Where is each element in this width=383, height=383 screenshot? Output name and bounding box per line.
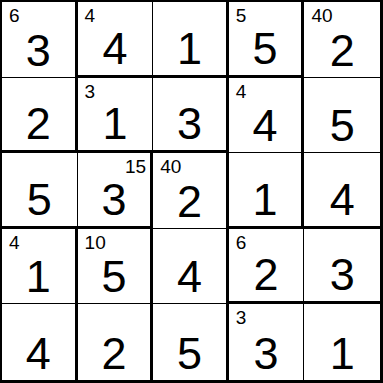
cage-clue: 6 (9, 6, 20, 25)
cage-clue: 3 (85, 82, 96, 101)
grid-cell[interactable]: 55 (229, 2, 305, 78)
cell-digit: 5 (253, 26, 278, 75)
cell-digit: 4 (26, 331, 51, 380)
grid-cell[interactable]: 4 (304, 153, 380, 229)
cell-digit: 5 (27, 177, 52, 226)
grid-cell[interactable]: 4 (153, 229, 229, 305)
cell-digit: 3 (26, 28, 51, 77)
cell-digit: 2 (101, 331, 126, 380)
cell-digit: 5 (101, 254, 126, 303)
cell-digit: 4 (330, 177, 355, 226)
grid-cell[interactable]: 41 (2, 229, 78, 305)
grid-cell[interactable]: 44 (78, 2, 154, 78)
grid-cell[interactable]: 105 (78, 229, 154, 305)
cell-digit: 1 (177, 26, 202, 75)
cage-clue: 40 (160, 157, 181, 176)
cage-clue: 5 (236, 6, 247, 25)
cage-clue: 10 (85, 233, 106, 252)
grid-cell[interactable]: 31 (78, 78, 154, 154)
grid-cell[interactable]: 402 (304, 2, 380, 78)
grid-cell[interactable]: 3 (304, 229, 380, 305)
cell-digit: 2 (26, 101, 51, 150)
grid-cell[interactable]: 2 (78, 304, 154, 380)
cell-digit: 3 (101, 177, 126, 226)
cell-digit: 1 (330, 331, 355, 380)
cage-clue: 3 (236, 308, 247, 327)
cell-digit: 4 (253, 103, 278, 152)
cell-digit: 2 (254, 252, 279, 301)
cell-digit: 2 (177, 179, 202, 228)
cage-clue: 4 (9, 233, 20, 252)
cell-digit: 1 (102, 101, 127, 150)
cell-digit: 5 (330, 103, 355, 152)
grid-cell[interactable]: 2 (2, 78, 78, 154)
grid-cell[interactable]: 1 (153, 2, 229, 78)
grid-cell[interactable]: 5 (304, 78, 380, 154)
cell-digit: 4 (102, 26, 127, 75)
cage-clue: 4 (85, 6, 96, 25)
cage-clue: 40 (311, 6, 332, 25)
cell-digit: 5 (177, 331, 202, 380)
grid-cell[interactable]: 1 (229, 153, 305, 229)
grid-cell[interactable]: 4 (2, 304, 78, 380)
cell-digit: 3 (177, 101, 202, 150)
grid-cell[interactable]: 44 (229, 78, 305, 154)
grid-cell[interactable]: 62 (229, 229, 305, 305)
cage-clue: 6 (236, 233, 247, 252)
cell-digit: 1 (26, 254, 51, 303)
grid-cell[interactable]: 3 (153, 78, 229, 154)
grid-cell[interactable]: 33 (229, 304, 305, 380)
cell-digit: 3 (254, 331, 279, 380)
grid-cell[interactable]: 153 (78, 153, 154, 229)
cage-clue: 15 (125, 157, 146, 176)
cage-clue: 4 (236, 82, 247, 101)
grid-cell[interactable]: 1 (304, 304, 380, 380)
grid-cell[interactable]: 5 (2, 153, 78, 229)
cell-digit: 1 (253, 177, 278, 226)
calcudoku-board: 6344155402231344551534021441105462342533… (0, 0, 383, 383)
cell-digit: 2 (330, 28, 355, 77)
cell-digit: 3 (330, 252, 355, 301)
grid-cell[interactable]: 63 (2, 2, 78, 78)
grid-cell[interactable]: 402 (153, 153, 229, 229)
grid-cell[interactable]: 5 (153, 304, 229, 380)
cell-digit: 4 (177, 254, 202, 303)
